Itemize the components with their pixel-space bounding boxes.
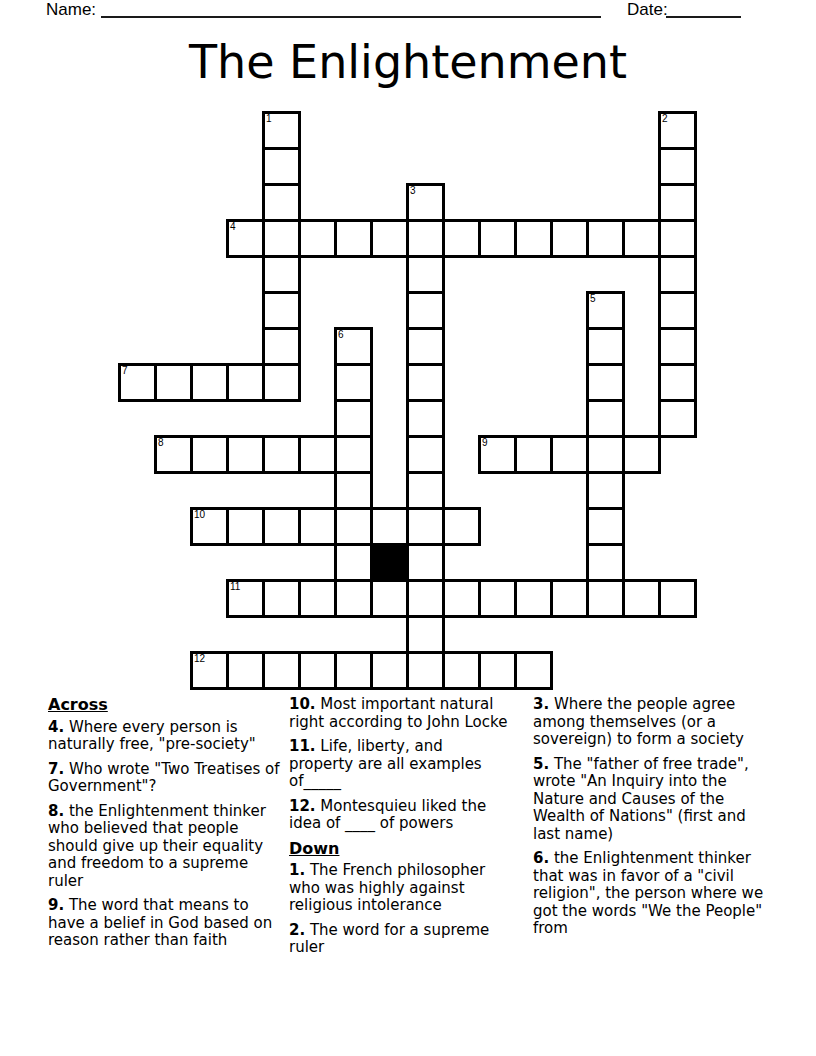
clue-number: 11. [289,737,316,755]
name-label: Name: [46,0,96,20]
grid-cell[interactable]: 7 [118,363,157,402]
cell-number: 8 [158,437,164,449]
cell-number: 4 [230,221,236,233]
clue-number: 7. [48,760,64,778]
grid-cell[interactable] [586,363,625,402]
grid-cell[interactable] [298,651,337,690]
grid-cell[interactable] [406,471,445,510]
grid-cell[interactable] [550,435,589,474]
cell-number: 6 [338,329,344,341]
grid-cell[interactable] [658,579,697,618]
clue-number: 8. [48,802,64,820]
grid-cell[interactable] [226,507,265,546]
date-input-line[interactable] [666,2,741,18]
grid-cell[interactable] [298,219,337,258]
grid-cell[interactable] [514,579,553,618]
clue-text: Where every person is naturally free, "p… [48,718,256,754]
grid-cell[interactable] [406,399,445,438]
grid-cell[interactable] [406,219,445,258]
clue-across-7: 7. Who wrote "Two Treatises of Governmen… [48,761,286,796]
grid-cell[interactable] [514,219,553,258]
date-label: Date: [627,0,668,20]
clue-number: 2. [289,921,305,939]
grid-cell[interactable] [370,651,409,690]
clue-down-2: 2. The word for a supreme ruler [289,922,511,957]
grid-cell[interactable] [622,579,661,618]
clue-number: 9. [48,896,64,914]
grid-cell[interactable] [262,183,301,222]
crossword-worksheet: { "game": "crossword", "title": "The Enl… [0,0,816,1056]
grid-cell[interactable] [298,435,337,474]
grid-cell[interactable] [298,579,337,618]
grid-cell[interactable] [658,363,697,402]
grid-cell[interactable] [658,183,697,222]
grid-cell[interactable]: 2 [658,111,697,150]
clue-down-5: 5. The "father of free trade", wrote "An… [533,756,769,844]
grid-cell[interactable]: 12 [190,651,229,690]
grid-cell[interactable] [370,507,409,546]
clue-text: The word that means to have a belief in … [48,896,272,949]
grid-cell[interactable] [334,543,373,582]
grid-cell[interactable] [550,219,589,258]
grid-cell[interactable] [658,291,697,330]
grid-cell[interactable] [442,219,481,258]
clue-text: Most important natural right according t… [289,695,507,731]
clue-across-11: 11. Life, liberty, and property are all … [289,738,511,791]
grid-cell[interactable] [334,507,373,546]
clue-across-12: 12. Montesquieu liked the idea of ____ o… [289,798,511,833]
grid-cell[interactable] [586,399,625,438]
cell-number: 3 [410,185,416,197]
grid-cell[interactable] [622,435,661,474]
name-input-line[interactable] [101,2,601,18]
grid-cell[interactable] [262,219,301,258]
grid-cell[interactable] [334,399,373,438]
grid-cell[interactable] [550,579,589,618]
cell-number: 10 [194,509,205,521]
clue-text: The French philosopher who was highly ag… [289,861,485,914]
grid-cell[interactable] [334,579,373,618]
grid-cell[interactable]: 3 [406,183,445,222]
cell-number: 2 [662,113,668,125]
grid-cell[interactable] [262,327,301,366]
grid-cell[interactable] [262,651,301,690]
grid-cell[interactable]: 4 [226,219,265,258]
grid-cell[interactable]: 9 [478,435,517,474]
grid-cell[interactable] [442,507,481,546]
grid-cell[interactable] [406,255,445,294]
grid-cell[interactable] [478,651,517,690]
grid-cell[interactable] [334,435,373,474]
grid-cell[interactable]: 5 [586,291,625,330]
grid-cell[interactable] [262,363,301,402]
grid-cell[interactable] [586,579,625,618]
clues-column-middle: 10. Most important natural right accordi… [289,696,511,964]
clue-across-9: 9. The word that means to have a belief … [48,897,286,950]
grid-cell[interactable] [658,327,697,366]
cell-number: 7 [122,365,128,377]
down-header: Down [289,840,511,858]
clue-text: Life, liberty, and property are all exam… [289,737,482,790]
grid-cell[interactable] [262,579,301,618]
grid-cell[interactable] [226,435,265,474]
crossword-grid: 123456789101112 [118,111,697,690]
grid-cell[interactable]: 1 [262,111,301,150]
clue-down-3: 3. Where the people agree among themselv… [533,696,769,749]
grid-cell[interactable] [370,219,409,258]
grid-cell[interactable] [154,363,193,402]
grid-cell[interactable] [478,219,517,258]
grid-cell[interactable]: 6 [334,327,373,366]
grid-cell[interactable] [586,543,625,582]
grid-cell[interactable] [262,507,301,546]
clue-text: Montesquieu liked the idea of ____ of po… [289,797,486,833]
cell-number: 9 [482,437,488,449]
grid-cell[interactable] [334,363,373,402]
grid-cell[interactable] [262,147,301,186]
grid-cell[interactable] [406,579,445,618]
grid-cell[interactable]: 10 [190,507,229,546]
cell-number: 12 [194,653,205,665]
grid-cell[interactable] [190,363,229,402]
grid-cell[interactable] [406,615,445,654]
cell-number: 5 [590,293,596,305]
puzzle-title: The Enlightenment [0,34,816,90]
grid-cell[interactable] [586,471,625,510]
grid-cell[interactable] [190,435,229,474]
grid-cell[interactable] [514,435,553,474]
clues-column-left: Across 4. Where every person is naturall… [48,696,286,957]
clues-column-right: 3. Where the people agree among themselv… [533,696,769,945]
clue-number: 3. [533,695,549,713]
grid-cell[interactable] [298,507,337,546]
grid-cell[interactable] [262,255,301,294]
grid-cell[interactable] [406,363,445,402]
grid-cell[interactable] [514,651,553,690]
grid-cell[interactable] [586,327,625,366]
clue-text: The word for a supreme ruler [289,921,489,957]
grid-cell[interactable]: 11 [226,579,265,618]
across-header: Across [48,696,286,714]
grid-cell[interactable]: 8 [154,435,193,474]
clue-text: The "father of free trade", wrote "An In… [533,755,749,843]
grid-cell[interactable] [370,579,409,618]
grid-cell[interactable] [406,291,445,330]
cell-number: 1 [266,113,272,125]
grid-cell[interactable] [442,651,481,690]
cell-number: 11 [230,581,240,593]
grid-cell[interactable] [262,291,301,330]
grid-cell[interactable] [622,219,661,258]
clue-across-8: 8. the Enlightenment thinker who believe… [48,803,286,891]
grid-cell[interactable] [442,579,481,618]
clue-number: 4. [48,718,64,736]
grid-cell[interactable] [334,651,373,690]
clue-number: 12. [289,797,316,815]
clue-text: Where the people agree among themselves … [533,695,744,748]
clue-number: 6. [533,849,549,867]
grid-cell[interactable] [334,471,373,510]
grid-cell[interactable] [406,327,445,366]
clue-across-4: 4. Where every person is naturally free,… [48,719,286,754]
grid-cell[interactable] [478,579,517,618]
grid-cell-black [370,543,409,582]
grid-cell[interactable] [226,651,265,690]
grid-cell[interactable] [406,651,445,690]
grid-cell[interactable] [406,507,445,546]
clue-text: the Enlightenment thinker that was in fa… [533,849,763,937]
clue-text: the Enlightenment thinker who believed t… [48,802,266,890]
grid-cell[interactable] [658,255,697,294]
grid-cell[interactable] [334,219,373,258]
grid-cell[interactable] [226,363,265,402]
clue-across-10: 10. Most important natural right accordi… [289,696,511,731]
clue-number: 1. [289,861,305,879]
grid-cell[interactable] [586,435,625,474]
grid-cell[interactable] [658,219,697,258]
grid-cell[interactable] [658,147,697,186]
clue-text: Who wrote "Two Treatises of Government"? [48,760,280,796]
grid-cell[interactable] [262,435,301,474]
grid-cell[interactable] [586,507,625,546]
grid-cell[interactable] [586,219,625,258]
clue-down-1: 1. The French philosopher who was highly… [289,862,511,915]
clue-down-6: 6. the Enlightenment thinker that was in… [533,850,769,938]
clue-number: 10. [289,695,316,713]
grid-cell[interactable] [406,435,445,474]
clue-number: 5. [533,755,549,773]
grid-cell[interactable] [658,399,697,438]
grid-cell[interactable] [406,543,445,582]
